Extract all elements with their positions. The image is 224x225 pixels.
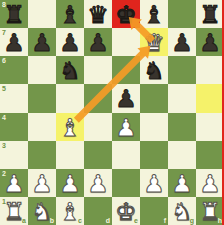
rank-label-6: 6 (2, 57, 6, 64)
square-g1[interactable]: g♞ (168, 197, 196, 225)
rank-label-5: 5 (2, 85, 6, 92)
square-d1[interactable]: d (84, 197, 112, 225)
square-c8[interactable]: ♝ (56, 0, 84, 28)
square-a6[interactable]: 6 (0, 56, 28, 84)
piece-white-pawn[interactable]: ♟ (115, 116, 137, 140)
piece-black-pawn[interactable]: ♟ (199, 31, 221, 55)
square-g4[interactable] (168, 113, 196, 141)
square-b2[interactable]: ♟ (28, 169, 56, 197)
square-h5[interactable] (196, 84, 224, 112)
square-b3[interactable] (28, 141, 56, 169)
square-h6[interactable] (196, 56, 224, 84)
piece-black-knight[interactable]: ♞ (143, 59, 165, 83)
square-c3[interactable] (56, 141, 84, 169)
square-f2[interactable]: ♟ (140, 169, 168, 197)
square-e3[interactable] (112, 141, 140, 169)
square-e1[interactable]: e♚ (112, 197, 140, 225)
square-f6[interactable]: ♞ (140, 56, 168, 84)
square-h8[interactable]: ♜ (196, 0, 224, 28)
piece-white-knight[interactable]: ♞ (31, 200, 53, 224)
square-a5[interactable]: 5 (0, 84, 28, 112)
square-b5[interactable] (28, 84, 56, 112)
square-d2[interactable]: ♟ (84, 169, 112, 197)
chess-board: 8♜♝♛♚♝♜7♟♟♟♟♛♟♟6♞♞5♟4♝♟32♟♟♟♟♟♟♟1a♜b♞c♝d… (0, 0, 224, 225)
piece-white-pawn[interactable]: ♟ (143, 172, 165, 196)
square-c4[interactable]: ♝ (56, 113, 84, 141)
square-g3[interactable] (168, 141, 196, 169)
square-b7[interactable]: ♟ (28, 28, 56, 56)
piece-black-bishop[interactable]: ♝ (143, 3, 165, 27)
square-g2[interactable]: ♟ (168, 169, 196, 197)
square-e6[interactable] (112, 56, 140, 84)
square-a7[interactable]: 7♟ (0, 28, 28, 56)
square-b8[interactable] (28, 0, 56, 28)
piece-black-rook[interactable]: ♜ (199, 3, 221, 27)
piece-white-bishop[interactable]: ♝ (59, 116, 81, 140)
chess-app: 8♜♝♛♚♝♜7♟♟♟♟♛♟♟6♞♞5♟4♝♟32♟♟♟♟♟♟♟1a♜b♞c♝d… (0, 0, 224, 225)
square-g8[interactable] (168, 0, 196, 28)
square-c5[interactable] (56, 84, 84, 112)
piece-black-pawn[interactable]: ♟ (59, 31, 81, 55)
piece-black-pawn[interactable]: ♟ (115, 87, 137, 111)
piece-black-pawn[interactable]: ♟ (171, 31, 193, 55)
square-h3[interactable] (196, 141, 224, 169)
square-a2[interactable]: 2♟ (0, 169, 28, 197)
piece-black-queen[interactable]: ♛ (87, 3, 109, 27)
piece-black-knight[interactable]: ♞ (59, 59, 81, 83)
square-a3[interactable]: 3 (0, 141, 28, 169)
square-f5[interactable] (140, 84, 168, 112)
square-e8[interactable]: ♚ (112, 0, 140, 28)
square-c2[interactable]: ♟ (56, 169, 84, 197)
square-b4[interactable] (28, 113, 56, 141)
file-label-d: d (106, 217, 110, 224)
piece-black-pawn[interactable]: ♟ (31, 31, 53, 55)
piece-black-rook[interactable]: ♜ (3, 3, 25, 27)
square-h2[interactable]: ♟ (196, 169, 224, 197)
square-a8[interactable]: 8♜ (0, 0, 28, 28)
square-e7[interactable] (112, 28, 140, 56)
piece-white-pawn[interactable]: ♟ (87, 172, 109, 196)
piece-black-bishop[interactable]: ♝ (59, 3, 81, 27)
square-f7[interactable]: ♛ (140, 28, 168, 56)
square-h1[interactable]: h♜ (196, 197, 224, 225)
piece-white-rook[interactable]: ♜ (199, 200, 221, 224)
square-f4[interactable] (140, 113, 168, 141)
square-f1[interactable]: f (140, 197, 168, 225)
piece-white-king[interactable]: ♚ (115, 200, 137, 224)
square-e2[interactable] (112, 169, 140, 197)
square-b1[interactable]: b♞ (28, 197, 56, 225)
square-e5[interactable]: ♟ (112, 84, 140, 112)
square-h4[interactable] (196, 113, 224, 141)
square-g7[interactable]: ♟ (168, 28, 196, 56)
piece-white-queen[interactable]: ♛ (143, 31, 165, 55)
piece-white-knight[interactable]: ♞ (171, 200, 193, 224)
rank-label-4: 4 (2, 114, 6, 121)
square-f8[interactable]: ♝ (140, 0, 168, 28)
square-d8[interactable]: ♛ (84, 0, 112, 28)
piece-white-pawn[interactable]: ♟ (199, 172, 221, 196)
piece-white-pawn[interactable]: ♟ (171, 172, 193, 196)
piece-white-bishop[interactable]: ♝ (59, 200, 81, 224)
square-a4[interactable]: 4 (0, 113, 28, 141)
piece-white-rook[interactable]: ♜ (3, 200, 25, 224)
piece-black-pawn[interactable]: ♟ (87, 31, 109, 55)
square-d3[interactable] (84, 141, 112, 169)
square-f3[interactable] (140, 141, 168, 169)
square-g5[interactable] (168, 84, 196, 112)
file-label-f: f (164, 217, 166, 224)
piece-black-pawn[interactable]: ♟ (3, 31, 25, 55)
piece-white-pawn[interactable]: ♟ (3, 172, 25, 196)
square-c7[interactable]: ♟ (56, 28, 84, 56)
square-a1[interactable]: 1a♜ (0, 197, 28, 225)
square-b6[interactable] (28, 56, 56, 84)
piece-white-pawn[interactable]: ♟ (31, 172, 53, 196)
square-c6[interactable]: ♞ (56, 56, 84, 84)
rank-label-3: 3 (2, 142, 6, 149)
square-h7[interactable]: ♟ (196, 28, 224, 56)
right-edge-red-line (222, 0, 224, 225)
square-d5[interactable] (84, 84, 112, 112)
square-c1[interactable]: c♝ (56, 197, 84, 225)
square-d6[interactable] (84, 56, 112, 84)
square-d7[interactable]: ♟ (84, 28, 112, 56)
square-d4[interactable] (84, 113, 112, 141)
square-e4[interactable]: ♟ (112, 113, 140, 141)
square-g6[interactable] (168, 56, 196, 84)
piece-black-king[interactable]: ♚ (115, 3, 137, 27)
piece-white-pawn[interactable]: ♟ (59, 172, 81, 196)
